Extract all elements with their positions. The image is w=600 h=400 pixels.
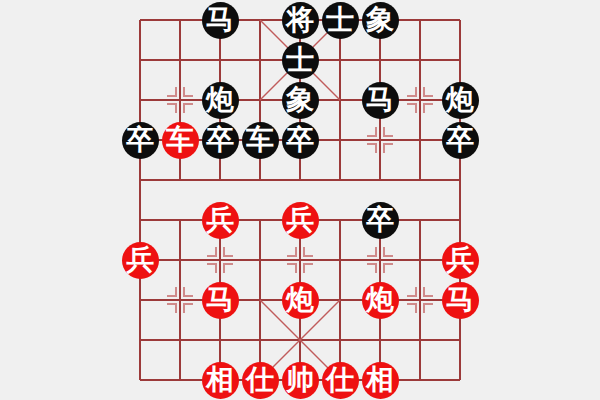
- piece-black-pawn[interactable]: 卒: [122, 122, 159, 159]
- piece-red-pawn[interactable]: 兵: [122, 242, 159, 279]
- piece-red-elephant[interactable]: 相: [202, 362, 239, 399]
- piece-black-advisor[interactable]: 士: [282, 42, 319, 79]
- piece-black-rook[interactable]: 车: [242, 122, 279, 159]
- piece-black-cannon[interactable]: 炮: [202, 82, 239, 119]
- piece-black-pawn[interactable]: 卒: [202, 122, 239, 159]
- piece-red-pawn[interactable]: 兵: [202, 202, 239, 239]
- piece-red-cannon[interactable]: 炮: [362, 282, 399, 319]
- piece-red-advisor[interactable]: 仕: [322, 362, 359, 399]
- piece-red-rook[interactable]: 车: [162, 122, 199, 159]
- piece-red-horse[interactable]: 马: [202, 282, 239, 319]
- piece-red-advisor[interactable]: 仕: [242, 362, 279, 399]
- piece-black-elephant[interactable]: 象: [362, 2, 399, 39]
- piece-red-horse[interactable]: 马: [442, 282, 479, 319]
- piece-black-pawn[interactable]: 卒: [362, 202, 399, 239]
- xiangqi-board: 马将士象士炮象马炮卒车卒车卒卒兵兵卒兵兵马炮炮马相仕帅仕相: [120, 0, 480, 400]
- piece-black-horse[interactable]: 马: [362, 82, 399, 119]
- piece-red-cannon[interactable]: 炮: [282, 282, 319, 319]
- piece-red-pawn[interactable]: 兵: [442, 242, 479, 279]
- piece-black-cannon[interactable]: 炮: [442, 82, 479, 119]
- xiangqi-app: 马将士象士炮象马炮卒车卒车卒卒兵兵卒兵兵马炮炮马相仕帅仕相: [0, 0, 600, 400]
- piece-black-advisor[interactable]: 士: [322, 2, 359, 39]
- piece-black-elephant[interactable]: 象: [282, 82, 319, 119]
- piece-red-elephant[interactable]: 相: [362, 362, 399, 399]
- piece-black-horse[interactable]: 马: [202, 2, 239, 39]
- piece-black-pawn[interactable]: 卒: [442, 122, 479, 159]
- piece-black-pawn[interactable]: 卒: [282, 122, 319, 159]
- piece-red-pawn[interactable]: 兵: [282, 202, 319, 239]
- piece-black-general[interactable]: 将: [282, 2, 319, 39]
- piece-red-general[interactable]: 帅: [282, 362, 319, 399]
